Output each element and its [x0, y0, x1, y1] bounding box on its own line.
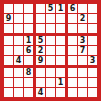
cell-r4c6[interactable]: [56, 36, 65, 45]
cell-r1c2[interactable]: [14, 4, 23, 13]
cell-r4c1[interactable]: [4, 36, 13, 45]
cell-r2c4[interactable]: [36, 14, 45, 23]
cell-r7c8[interactable]: [78, 68, 87, 77]
cell-r8c2[interactable]: [14, 78, 23, 87]
cell-r3c5[interactable]: [46, 24, 55, 33]
cell-r2c1[interactable]: 9: [4, 14, 13, 23]
cell-r3c6[interactable]: [56, 24, 65, 33]
cell-r4c8[interactable]: 3: [78, 36, 87, 45]
cell-r7c6[interactable]: [56, 68, 65, 77]
cell-r2c6[interactable]: [56, 14, 65, 23]
cell-r9c9[interactable]: [88, 88, 97, 97]
cell-r9c5[interactable]: [46, 88, 55, 97]
cell-r4c4[interactable]: 5: [36, 36, 45, 45]
cell-r8c6[interactable]: 1: [56, 78, 65, 87]
cell-r8c9[interactable]: [88, 78, 97, 87]
cell-r1c8[interactable]: [78, 4, 87, 13]
cell-r3c3[interactable]: [24, 24, 33, 33]
cell-r6c7[interactable]: [68, 56, 77, 65]
cell-r5c9[interactable]: [88, 46, 97, 55]
cell-r4c9[interactable]: [88, 36, 97, 45]
cell-r7c7[interactable]: [68, 68, 77, 77]
cell-r5c8[interactable]: 7: [78, 46, 87, 55]
cell-r7c9[interactable]: [88, 68, 97, 77]
cell-r9c4[interactable]: 4: [36, 88, 45, 97]
cell-r1c5[interactable]: 5: [46, 4, 55, 13]
cell-r7c4[interactable]: [36, 68, 45, 77]
cell-r3c4[interactable]: [36, 24, 45, 33]
cell-r6c3[interactable]: [24, 56, 33, 65]
cell-r3c8[interactable]: [78, 24, 87, 33]
cell-r9c6[interactable]: [56, 88, 65, 97]
cell-r3c2[interactable]: [14, 24, 23, 33]
cell-r8c8[interactable]: [78, 78, 87, 87]
cell-r9c7[interactable]: [68, 88, 77, 97]
sudoku-puzzle: 51692153627493814: [0, 0, 101, 101]
cell-r9c8[interactable]: [78, 88, 87, 97]
cell-r2c7[interactable]: [68, 14, 77, 23]
cell-r8c5[interactable]: [46, 78, 55, 87]
cell-r3c9[interactable]: [88, 24, 97, 33]
cell-r7c2[interactable]: [14, 68, 23, 77]
cell-r5c5[interactable]: [46, 46, 55, 55]
cell-r4c2[interactable]: [14, 36, 23, 45]
cell-r4c5[interactable]: [46, 36, 55, 45]
cell-r5c2[interactable]: [14, 46, 23, 55]
cell-r9c1[interactable]: [4, 88, 13, 97]
cell-r8c7[interactable]: [68, 78, 77, 87]
cell-r2c3[interactable]: [24, 14, 33, 23]
cell-r6c8[interactable]: [78, 56, 87, 65]
cell-r1c4[interactable]: [36, 4, 45, 13]
cell-r2c8[interactable]: 2: [78, 14, 87, 23]
cell-r6c1[interactable]: [4, 56, 13, 65]
cell-r1c9[interactable]: [88, 4, 97, 13]
cell-r6c6[interactable]: [56, 56, 65, 65]
sudoku-board: 51692153627493814: [0, 0, 101, 101]
cell-r6c9[interactable]: 3: [88, 56, 97, 65]
cell-r3c1[interactable]: [4, 24, 13, 33]
cell-r2c2[interactable]: [14, 14, 23, 23]
cell-r1c7[interactable]: 6: [68, 4, 77, 13]
cell-r4c3[interactable]: 1: [24, 36, 33, 45]
cell-r5c1[interactable]: [4, 46, 13, 55]
cell-r6c5[interactable]: [46, 56, 55, 65]
cell-r6c4[interactable]: 9: [36, 56, 45, 65]
cell-r1c1[interactable]: [4, 4, 13, 13]
cell-r1c6[interactable]: 1: [56, 4, 65, 13]
cell-r5c4[interactable]: 2: [36, 46, 45, 55]
cell-r2c5[interactable]: [46, 14, 55, 23]
cell-r7c1[interactable]: [4, 68, 13, 77]
cell-r3c7[interactable]: [68, 24, 77, 33]
cell-r8c4[interactable]: [36, 78, 45, 87]
cell-r7c5[interactable]: [46, 68, 55, 77]
cell-r8c1[interactable]: [4, 78, 13, 87]
cell-r4c7[interactable]: [68, 36, 77, 45]
cell-r5c7[interactable]: [68, 46, 77, 55]
cell-r8c3[interactable]: [24, 78, 33, 87]
cell-r9c3[interactable]: [24, 88, 33, 97]
cell-r9c2[interactable]: [14, 88, 23, 97]
cell-r5c3[interactable]: 6: [24, 46, 33, 55]
cell-r5c6[interactable]: [56, 46, 65, 55]
cell-r1c3[interactable]: [24, 4, 33, 13]
cell-r2c9[interactable]: [88, 14, 97, 23]
cell-r6c2[interactable]: 4: [14, 56, 23, 65]
cell-r7c3[interactable]: 8: [24, 68, 33, 77]
